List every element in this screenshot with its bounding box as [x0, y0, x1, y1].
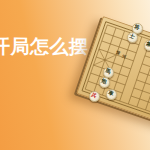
xiangqi-piece-black-advisor: 士 — [127, 32, 138, 43]
xiangqi-piece-black-horse: 馬 — [103, 67, 114, 78]
page-title: 开局怎么摆 — [0, 36, 89, 58]
xiangqi-piece-black-cannon: 炮 — [99, 77, 110, 88]
video-thumbnail[interactable]: 开局怎么摆 将士象馬炮車兵楚河 — [0, 0, 150, 150]
piece-character: 兵 — [91, 93, 98, 100]
piece-character: 象 — [146, 42, 150, 49]
piece-character: 士 — [129, 34, 136, 41]
piece-character: 車 — [108, 91, 115, 98]
xiangqi-piece-red-soldier: 兵 — [89, 91, 100, 102]
xiangqi-piece-black-chariot: 車 — [106, 89, 117, 100]
piece-character: 炮 — [101, 79, 108, 86]
xiangqi-piece-black-elephant: 象 — [144, 40, 151, 51]
piece-character: 馬 — [105, 69, 112, 76]
piece-character: 将 — [134, 25, 141, 32]
